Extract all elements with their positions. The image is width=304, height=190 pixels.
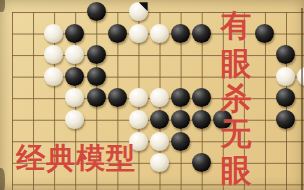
white-stone — [129, 2, 148, 21]
white-stone — [129, 24, 148, 43]
white-stone — [150, 132, 169, 151]
black-stone — [171, 132, 190, 151]
black-stone — [171, 24, 190, 43]
black-stone — [87, 88, 106, 107]
white-stone — [44, 24, 63, 43]
black-stone — [255, 24, 274, 43]
triangle-marker-icon — [139, 2, 148, 11]
white-stone — [150, 24, 169, 43]
go-board-video-frame: 有眼杀无眼 经典模型 — [0, 0, 304, 190]
black-stone — [108, 88, 127, 107]
black-stone — [87, 45, 106, 64]
overlay-char-2: 眼 — [218, 48, 254, 79]
black-stone — [192, 24, 211, 43]
white-stone — [150, 153, 169, 172]
overlay-caption: 经典模型 — [16, 144, 136, 173]
black-stone — [87, 67, 106, 86]
white-stone — [129, 88, 148, 107]
black-stone — [192, 110, 211, 129]
black-stone — [150, 110, 169, 129]
black-stone — [171, 110, 190, 129]
black-stone — [87, 2, 106, 21]
black-stone — [192, 153, 211, 172]
black-stone — [108, 24, 127, 43]
corner-artifact-bottom-left — [0, 168, 5, 190]
corner-artifact-top-left — [0, 0, 5, 12]
overlay-char-4: 无 — [218, 118, 254, 149]
overlay-char-3: 杀 — [218, 83, 254, 114]
white-stone — [276, 67, 295, 86]
overlay-char-1: 有 — [218, 10, 254, 41]
white-stone — [129, 110, 148, 129]
overlay-char-5: 眼 — [218, 155, 254, 186]
right-edge-artifact — [301, 8, 303, 190]
